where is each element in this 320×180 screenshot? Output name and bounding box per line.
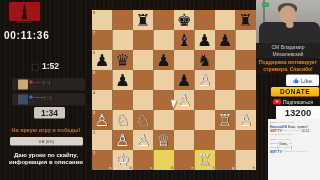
player-prefix: ··: [14, 98, 16, 102]
player-subline: ·· ····: [29, 99, 51, 104]
square-c7[interactable]: [133, 30, 154, 50]
donation-text: ···· ········· ·····: [270, 133, 291, 137]
file-label-a: a: [109, 165, 111, 170]
square-e6[interactable]: [174, 50, 195, 70]
square-h5[interactable]: [236, 70, 257, 90]
square-a6[interactable]: 6♟: [92, 50, 113, 70]
square-a5[interactable]: 5: [92, 70, 113, 90]
square-e1[interactable]: e: [174, 150, 195, 170]
piece-black-pawn-g7[interactable]: ♟: [215, 30, 236, 50]
square-f5[interactable]: ♙: [195, 70, 216, 90]
donation-text: ······· ·· ····: [278, 121, 294, 125]
thumbs-up-icon: [293, 77, 299, 83]
square-g2[interactable]: [215, 130, 236, 150]
square-h3[interactable]: ♙: [236, 110, 257, 130]
piece-black-pawn-b5[interactable]: ♟: [113, 70, 134, 90]
square-d1[interactable]: d: [154, 150, 175, 170]
square-c2[interactable]: ♙: [133, 130, 154, 150]
donation-progress-bar: 0 ₽ (0%): [10, 137, 83, 146]
piece-white-rook-g3[interactable]: ♖: [215, 110, 236, 130]
white-clock-active: 1:34: [34, 107, 65, 119]
donation-text: (···· ······ ): [277, 146, 292, 150]
piece-white-king-b1[interactable]: ♔: [113, 150, 134, 170]
square-h7[interactable]: [236, 30, 257, 50]
streamer-logo: [9, 2, 40, 21]
rank-label-2: 2: [93, 131, 95, 136]
piece-white-queen-d2[interactable]: ♕: [154, 130, 175, 150]
logo-emblem-icon: [20, 4, 29, 20]
rank-label-4: 4: [93, 91, 95, 96]
logo-caption: ··········: [3, 22, 46, 25]
stream-timer: 00:11:36: [4, 30, 49, 42]
square-a3[interactable]: 3♙: [92, 110, 113, 130]
square-a2[interactable]: 2: [92, 130, 113, 150]
square-g1[interactable]: g: [215, 150, 236, 170]
donate-button[interactable]: DONATE: [271, 87, 319, 97]
square-a1[interactable]: 1a: [92, 150, 113, 170]
rank-label-1: 1: [93, 151, 95, 156]
square-c3[interactable]: ♘: [133, 110, 154, 130]
square-f6[interactable]: ♞: [195, 50, 216, 70]
square-f7[interactable]: ♟: [195, 30, 216, 50]
square-b5[interactable]: ♟: [113, 70, 134, 90]
square-c4[interactable]: [133, 90, 154, 110]
support-line1: Поддержка мотивирует: [256, 59, 320, 66]
support-text: Поддержка мотивирует стримера. Спасибо!: [256, 58, 320, 74]
piece-white-pawn-b2[interactable]: ♙: [113, 130, 134, 150]
square-d5[interactable]: [154, 70, 175, 90]
square-f3[interactable]: [195, 110, 216, 130]
streamer-name-line1: СМ Владимир: [256, 44, 320, 51]
square-b8[interactable]: [113, 10, 134, 30]
square-g6[interactable]: [215, 50, 236, 70]
black-clock: 1:52: [42, 62, 59, 72]
file-label-g: g: [232, 165, 234, 170]
square-b4[interactable]: [113, 90, 134, 110]
player-prefix: ··: [14, 83, 16, 87]
donation-message: SMT TV · ······· ········ · ··: [270, 150, 318, 154]
square-b3[interactable]: ♘: [113, 110, 134, 130]
donor-name: ········: [270, 142, 280, 146]
like-button[interactable]: Like: [286, 75, 319, 87]
square-g4[interactable]: [215, 90, 236, 110]
square-e5[interactable]: ♟: [174, 70, 195, 90]
youtube-play-icon: [273, 99, 281, 105]
square-b7[interactable]: [113, 30, 134, 50]
square-e7[interactable]: ♝: [174, 30, 195, 50]
square-d2[interactable]: ♕: [154, 130, 175, 150]
like-label: Like: [301, 77, 312, 84]
player-row-black: ·· ······· (····) ·· ····: [12, 78, 85, 91]
square-h6[interactable]: [236, 50, 257, 70]
title-badge: [29, 81, 32, 84]
rank-label-5: 5: [93, 71, 95, 76]
chess-board[interactable]: 8♜♚♜7♝♟♟6♟♛♟♞5♟♟♙4♙3♙♘♘♖♙2♙♙♕1ab♔cdef♖gh: [92, 10, 256, 170]
square-e3[interactable]: [174, 110, 195, 130]
stream-screen: ·········· 00:11:36 1:52 ·· ······· (···…: [0, 0, 320, 180]
square-a4[interactable]: 4: [92, 90, 113, 110]
donation-text: Вова, привет!: [288, 125, 308, 129]
file-label-c: c: [150, 165, 152, 170]
streamer-name: СМ Владимир Михалевский: [256, 43, 320, 58]
donor-name: ·······: [270, 121, 278, 125]
piece-black-pawn-e5[interactable]: ♟: [174, 70, 195, 90]
square-b1[interactable]: b♔: [113, 150, 134, 170]
donation-messages: ······· ······· ·· ····Николай В Вова, п…: [268, 119, 320, 180]
subscribe-row[interactable]: Подписаться: [273, 98, 313, 106]
piece-white-knight-b3[interactable]: ♘: [113, 110, 134, 130]
square-h1[interactable]: h: [236, 150, 257, 170]
square-d6[interactable]: ♟: [154, 50, 175, 70]
donor-name: SMT TV: [270, 150, 283, 154]
square-h8[interactable]: ♜: [236, 10, 257, 30]
square-e2[interactable]: [174, 130, 195, 150]
square-b2[interactable]: ♙: [113, 130, 134, 150]
square-g7[interactable]: ♟: [215, 30, 236, 50]
piece-black-knight-f6[interactable]: ♞: [195, 50, 216, 70]
donor-name: ······: [270, 146, 277, 150]
square-c5[interactable]: [133, 70, 154, 90]
square-d7[interactable]: [154, 30, 175, 50]
rank-label-7: 7: [93, 31, 95, 36]
square-g8[interactable]: [215, 10, 236, 30]
piece-white-rook-f1[interactable]: ♖: [195, 150, 216, 170]
piece-white-knight-c3[interactable]: ♘: [133, 110, 154, 130]
right-panel: ···· СМ Владимир Михалевский Поддержка м…: [256, 0, 320, 180]
piece-black-king-e8[interactable]: ♚: [174, 10, 195, 30]
donation-text: · ······· ········ · ··: [283, 150, 307, 154]
square-b6[interactable]: ♛: [113, 50, 134, 70]
flag-badge: [29, 96, 32, 99]
rank-label-8: 8: [93, 11, 95, 16]
piece-white-pawn-a3[interactable]: ♙: [92, 110, 113, 130]
square-c8[interactable]: ♜: [133, 10, 154, 30]
square-f1[interactable]: f♖: [195, 150, 216, 170]
subscribe-label: Подписаться: [283, 99, 313, 105]
piece-black-queen-b6[interactable]: ♛: [113, 50, 134, 70]
black-side-indicator-icon: [32, 64, 39, 71]
square-d3[interactable]: [154, 110, 175, 130]
player-row-white: ·· ········ (····) ·· ····: [12, 93, 85, 106]
square-g3[interactable]: ♖: [215, 110, 236, 130]
donor-name: SMT TV: [270, 129, 283, 133]
square-d8[interactable]: [154, 10, 175, 30]
file-label-e: e: [191, 165, 193, 170]
square-f2[interactable]: [195, 130, 216, 150]
square-a7[interactable]: 7: [92, 30, 113, 50]
square-f4[interactable]: [195, 90, 216, 110]
file-label-d: d: [171, 165, 173, 170]
square-a8[interactable]: 8: [92, 10, 113, 30]
square-g5[interactable]: [215, 70, 236, 90]
piece-white-pawn-f5[interactable]: ♙: [195, 70, 216, 90]
lessons-line1: Даю уроки по скайпу,: [0, 151, 92, 158]
streamer-hand: [286, 21, 294, 28]
webcam-video: ····: [256, 0, 320, 43]
square-h2[interactable]: [236, 130, 257, 150]
file-label-h: h: [253, 165, 255, 170]
piece-white-pawn-h3[interactable]: ♙: [236, 110, 257, 130]
stream-banner-text: На яркую игру и победы!: [0, 127, 92, 133]
donor-name: ·······: [270, 137, 278, 141]
streamer-name-line2: Михалевский: [256, 51, 320, 58]
square-f8[interactable]: [195, 10, 216, 30]
lessons-info-text: Даю уроки по скайпу, информация в описан…: [0, 151, 92, 165]
piece-black-bishop-e7[interactable]: ♝: [174, 30, 195, 50]
avatar: [18, 79, 28, 89]
piece-black-pawn-f7[interactable]: ♟: [195, 30, 216, 50]
avatar: [18, 94, 28, 104]
support-line2: стримера. Спасибо!: [256, 66, 320, 73]
piece-black-rook-h8[interactable]: ♜: [236, 10, 257, 30]
subscriber-count: 13200: [276, 106, 320, 119]
donation-text: ····· ·· ········ 2012,: [283, 129, 310, 133]
donor-name: Николай В: [270, 125, 288, 129]
player-subline: ·· ····: [29, 84, 50, 89]
square-c6[interactable]: [133, 50, 154, 70]
square-c1[interactable]: c: [133, 150, 154, 170]
piece-black-pawn-a6[interactable]: ♟: [92, 50, 113, 70]
lessons-line2: информация в описании: [0, 158, 92, 165]
square-e8[interactable]: ♚: [174, 10, 195, 30]
donation-text: Вова, ···: [280, 142, 293, 146]
piece-white-pawn-c2[interactable]: ♙: [133, 130, 154, 150]
donation-text: ····· ······: [278, 137, 291, 141]
piece-black-rook-c8[interactable]: ♜: [133, 10, 154, 30]
piece-black-pawn-d6[interactable]: ♟: [154, 50, 175, 70]
viewer-badge: ····: [262, 3, 269, 8]
square-h4[interactable]: [236, 90, 257, 110]
